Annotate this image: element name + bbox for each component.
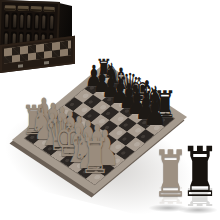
piece-black-pawn-h7[interactable]: ♟: [143, 92, 167, 131]
detail-pieces: ♜♜♜♜: [140, 142, 220, 220]
chess-set-product-photo: ♜♞♝♛♚♝♞♜♟♟♟♟♟♟♟♟♟♟♟♟♟♟♟♟♜♞♝♛♚♝♞♜ ♜♜♜♜: [0, 0, 220, 220]
piece-white-rook-h1[interactable]: ♜: [80, 132, 110, 181]
detail-piece-black-rook: ♜: [181, 139, 220, 208]
